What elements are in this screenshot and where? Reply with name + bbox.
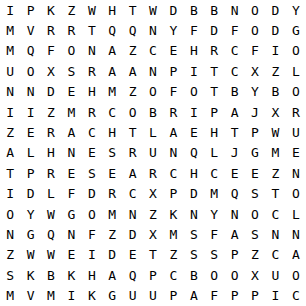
grid-cell-r5c9[interactable]: F [163, 82, 183, 102]
grid-cell-r5c11[interactable]: T [204, 82, 224, 102]
grid-cell-r1c12[interactable]: N [224, 0, 244, 20]
grid-cell-r12c1[interactable]: N [0, 224, 20, 244]
grid-cell-r11c4[interactable]: G [61, 204, 81, 224]
grid-cell-r2c11[interactable]: D [204, 20, 224, 40]
grid-cell-r13c3[interactable]: W [41, 245, 61, 265]
grid-cell-r13c6[interactable]: D [102, 245, 122, 265]
grid-cell-r13c4[interactable]: E [61, 245, 81, 265]
grid-cell-r11c1[interactable]: O [0, 204, 20, 224]
grid-cell-r3c3[interactable]: F [41, 41, 61, 61]
grid-cell-r15c6[interactable]: G [102, 286, 122, 306]
grid-cell-r15c5[interactable]: K [82, 286, 102, 306]
grid-cell-r14c1[interactable]: S [0, 265, 20, 285]
grid-cell-r10c12[interactable]: Q [224, 184, 244, 204]
grid-cell-r13c7[interactable]: E [122, 245, 142, 265]
grid-cell-r10c8[interactable]: X [143, 184, 163, 204]
grid-cell-r10c7[interactable]: C [122, 184, 142, 204]
grid-cell-r8c11[interactable]: L [204, 143, 224, 163]
grid-cell-r2c8[interactable]: N [143, 20, 163, 40]
grid-cell-r8c8[interactable]: U [143, 143, 163, 163]
grid-cell-r5c7[interactable]: Z [122, 82, 142, 102]
grid-cell-r1c13[interactable]: O [245, 0, 265, 20]
grid-cell-r7c3[interactable]: R [41, 122, 61, 142]
grid-cell-r11c9[interactable]: K [163, 204, 183, 224]
grid-cell-r2c13[interactable]: O [245, 20, 265, 40]
grid-cell-r13c12[interactable]: P [224, 245, 244, 265]
grid-cell-r3c9[interactable]: E [163, 41, 183, 61]
grid-cell-r11c13[interactable]: O [245, 204, 265, 224]
grid-cell-r8c3[interactable]: H [41, 143, 61, 163]
grid-cell-r12c3[interactable]: Q [41, 224, 61, 244]
grid-cell-r6c13[interactable]: J [245, 102, 265, 122]
grid-cell-r1c1[interactable]: I [0, 0, 20, 20]
grid-cell-r12c12[interactable]: A [224, 224, 244, 244]
grid-cell-r11c2[interactable]: Y [20, 204, 40, 224]
grid-cell-r7c2[interactable]: E [20, 122, 40, 142]
grid-cell-r13c5[interactable]: I [82, 245, 102, 265]
grid-cell-r10c15[interactable]: O [286, 184, 306, 204]
grid-cell-r3c6[interactable]: A [102, 41, 122, 61]
word-search-grid: IPKZWHTWDBBNODYMVRRTQQNYFDFODGMQFONAZCEH… [0, 0, 306, 306]
grid-cell-r1c14[interactable]: D [265, 0, 285, 20]
grid-cell-r9c14[interactable]: Z [265, 163, 285, 183]
grid-cell-r7c6[interactable]: H [102, 122, 122, 142]
grid-cell-r6c4[interactable]: M [61, 102, 81, 122]
grid-cell-r15c9[interactable]: P [163, 286, 183, 306]
grid-cell-r15c8[interactable]: U [143, 286, 163, 306]
grid-cell-r15c1[interactable]: M [0, 286, 20, 306]
grid-cell-r11c10[interactable]: N [184, 204, 204, 224]
grid-cell-r11c14[interactable]: C [265, 204, 285, 224]
grid-cell-r8c13[interactable]: G [245, 143, 265, 163]
grid-cell-r7c14[interactable]: W [265, 122, 285, 142]
grid-cell-r6c10[interactable]: I [184, 102, 204, 122]
grid-cell-r13c11[interactable]: S [204, 245, 224, 265]
grid-cell-r3c15[interactable]: O [286, 41, 306, 61]
grid-cell-r1c4[interactable]: Z [61, 0, 81, 20]
grid-cell-r14c15[interactable]: O [286, 265, 306, 285]
grid-cell-r1c7[interactable]: T [122, 0, 142, 20]
grid-cell-r8c5[interactable]: E [82, 143, 102, 163]
grid-cell-r11c3[interactable]: W [41, 204, 61, 224]
grid-cell-r14c4[interactable]: K [61, 265, 81, 285]
grid-cell-r2c4[interactable]: R [61, 20, 81, 40]
grid-cell-r4c15[interactable]: L [286, 61, 306, 81]
grid-cell-r1c5[interactable]: W [82, 0, 102, 20]
grid-cell-r4c7[interactable]: A [122, 61, 142, 81]
grid-cell-r7c1[interactable]: Z [0, 122, 20, 142]
grid-cell-r13c10[interactable]: S [184, 245, 204, 265]
grid-cell-r1c10[interactable]: B [184, 0, 204, 20]
grid-cell-r10c10[interactable]: D [184, 184, 204, 204]
grid-cell-r6c2[interactable]: I [20, 102, 40, 122]
grid-cell-r7c4[interactable]: A [61, 122, 81, 142]
grid-cell-r10c13[interactable]: S [245, 184, 265, 204]
grid-cell-r13c2[interactable]: W [20, 245, 40, 265]
grid-cell-r3c12[interactable]: C [224, 41, 244, 61]
grid-cell-r8c7[interactable]: R [122, 143, 142, 163]
grid-cell-r15c3[interactable]: M [41, 286, 61, 306]
grid-cell-r4c1[interactable]: U [0, 61, 20, 81]
grid-cell-r10c3[interactable]: L [41, 184, 61, 204]
grid-cell-r7c9[interactable]: A [163, 122, 183, 142]
grid-cell-r15c7[interactable]: U [122, 286, 142, 306]
grid-cell-r11c6[interactable]: M [102, 204, 122, 224]
grid-cell-r7c10[interactable]: E [184, 122, 204, 142]
grid-cell-r3c11[interactable]: R [204, 41, 224, 61]
grid-cell-r14c8[interactable]: P [143, 265, 163, 285]
grid-cell-r1c11[interactable]: B [204, 0, 224, 20]
grid-cell-r7c13[interactable]: P [245, 122, 265, 142]
grid-cell-r6c7[interactable]: O [122, 102, 142, 122]
grid-cell-r5c15[interactable]: O [286, 82, 306, 102]
grid-cell-r13c1[interactable]: Z [0, 245, 20, 265]
grid-cell-r4c9[interactable]: P [163, 61, 183, 81]
grid-cell-r10c6[interactable]: R [102, 184, 122, 204]
grid-cell-r8c14[interactable]: M [265, 143, 285, 163]
grid-cell-r8c12[interactable]: J [224, 143, 244, 163]
grid-cell-r14c7[interactable]: Q [122, 265, 142, 285]
grid-cell-r15c13[interactable]: P [245, 286, 265, 306]
grid-cell-r14c5[interactable]: H [82, 265, 102, 285]
grid-cell-r8c15[interactable]: E [286, 143, 306, 163]
grid-cell-r13c9[interactable]: Z [163, 245, 183, 265]
grid-cell-r8c10[interactable]: Q [184, 143, 204, 163]
grid-cell-r6c11[interactable]: P [204, 102, 224, 122]
grid-cell-r11c8[interactable]: Z [143, 204, 163, 224]
grid-cell-r14c13[interactable]: X [245, 265, 265, 285]
grid-cell-r4c12[interactable]: C [224, 61, 244, 81]
grid-cell-r11c11[interactable]: Y [204, 204, 224, 224]
grid-cell-r15c2[interactable]: V [20, 286, 40, 306]
grid-cell-r1c6[interactable]: H [102, 0, 122, 20]
grid-cell-r7c15[interactable]: U [286, 122, 306, 142]
grid-cell-r4c10[interactable]: I [184, 61, 204, 81]
grid-cell-r9c11[interactable]: C [204, 163, 224, 183]
grid-cell-r4c4[interactable]: S [61, 61, 81, 81]
grid-cell-r7c8[interactable]: L [143, 122, 163, 142]
grid-cell-r4c2[interactable]: O [20, 61, 40, 81]
grid-cell-r4c8[interactable]: N [143, 61, 163, 81]
grid-cell-r6c8[interactable]: B [143, 102, 163, 122]
grid-cell-r15c10[interactable]: A [184, 286, 204, 306]
grid-cell-r13c15[interactable]: A [286, 245, 306, 265]
grid-cell-r5c1[interactable]: N [0, 82, 20, 102]
grid-cell-r11c12[interactable]: N [224, 204, 244, 224]
grid-cell-r12c9[interactable]: M [163, 224, 183, 244]
grid-cell-r14c9[interactable]: C [163, 265, 183, 285]
grid-cell-r3c5[interactable]: N [82, 41, 102, 61]
grid-cell-r5c5[interactable]: H [82, 82, 102, 102]
grid-cell-r2c5[interactable]: T [82, 20, 102, 40]
grid-cell-r12c14[interactable]: N [265, 224, 285, 244]
grid-cell-r9c8[interactable]: R [143, 163, 163, 183]
grid-cell-r12c4[interactable]: N [61, 224, 81, 244]
grid-cell-r11c15[interactable]: L [286, 204, 306, 224]
grid-cell-r9c12[interactable]: E [224, 163, 244, 183]
grid-cell-r15c4[interactable]: I [61, 286, 81, 306]
grid-cell-r4c14[interactable]: Z [265, 61, 285, 81]
grid-cell-r3c1[interactable]: M [0, 41, 20, 61]
grid-cell-r3c10[interactable]: H [184, 41, 204, 61]
grid-cell-r7c5[interactable]: C [82, 122, 102, 142]
grid-cell-r13c13[interactable]: Z [245, 245, 265, 265]
grid-cell-r9c10[interactable]: H [184, 163, 204, 183]
grid-cell-r12c5[interactable]: F [82, 224, 102, 244]
grid-cell-r6c12[interactable]: A [224, 102, 244, 122]
grid-cell-r5c12[interactable]: B [224, 82, 244, 102]
grid-cell-r1c15[interactable]: Y [286, 0, 306, 20]
grid-cell-r7c12[interactable]: T [224, 122, 244, 142]
grid-cell-r15c12[interactable]: P [224, 286, 244, 306]
grid-cell-r4c13[interactable]: X [245, 61, 265, 81]
grid-cell-r12c10[interactable]: S [184, 224, 204, 244]
grid-cell-r15c15[interactable]: C [286, 286, 306, 306]
grid-cell-r4c11[interactable]: T [204, 61, 224, 81]
grid-cell-r6c15[interactable]: R [286, 102, 306, 122]
grid-cell-r12c7[interactable]: D [122, 224, 142, 244]
grid-cell-r10c11[interactable]: M [204, 184, 224, 204]
grid-cell-r10c14[interactable]: T [265, 184, 285, 204]
grid-cell-r13c8[interactable]: T [143, 245, 163, 265]
grid-cell-r1c2[interactable]: P [20, 0, 40, 20]
grid-cell-r10c9[interactable]: P [163, 184, 183, 204]
grid-cell-r2c3[interactable]: R [41, 20, 61, 40]
grid-cell-r2c15[interactable]: G [286, 20, 306, 40]
grid-cell-r9c13[interactable]: E [245, 163, 265, 183]
grid-cell-r1c9[interactable]: D [163, 0, 183, 20]
grid-cell-r2c14[interactable]: D [265, 20, 285, 40]
grid-cell-r4c3[interactable]: X [41, 61, 61, 81]
grid-cell-r10c2[interactable]: D [20, 184, 40, 204]
grid-cell-r6c9[interactable]: R [163, 102, 183, 122]
grid-cell-r7c7[interactable]: T [122, 122, 142, 142]
grid-cell-r9c9[interactable]: C [163, 163, 183, 183]
grid-cell-r14c11[interactable]: O [204, 265, 224, 285]
grid-cell-r10c5[interactable]: D [82, 184, 102, 204]
grid-cell-r3c7[interactable]: Z [122, 41, 142, 61]
grid-cell-r5c13[interactable]: Y [245, 82, 265, 102]
grid-cell-r5c6[interactable]: M [102, 82, 122, 102]
grid-cell-r12c2[interactable]: G [20, 224, 40, 244]
grid-cell-r2c2[interactable]: V [20, 20, 40, 40]
grid-cell-r9c5[interactable]: S [82, 163, 102, 183]
grid-cell-r1c8[interactable]: W [143, 0, 163, 20]
grid-cell-r8c4[interactable]: N [61, 143, 81, 163]
grid-cell-r2c1[interactable]: M [0, 20, 20, 40]
grid-cell-r9c6[interactable]: E [102, 163, 122, 183]
grid-cell-r15c14[interactable]: I [265, 286, 285, 306]
grid-cell-r11c7[interactable]: N [122, 204, 142, 224]
grid-cell-r6c3[interactable]: Z [41, 102, 61, 122]
grid-cell-r14c14[interactable]: U [265, 265, 285, 285]
grid-cell-r5c2[interactable]: N [20, 82, 40, 102]
grid-cell-r13c14[interactable]: C [265, 245, 285, 265]
grid-cell-r14c6[interactable]: A [102, 265, 122, 285]
grid-cell-r8c1[interactable]: A [0, 143, 20, 163]
grid-cell-r9c2[interactable]: P [20, 163, 40, 183]
grid-cell-r14c10[interactable]: B [184, 265, 204, 285]
grid-cell-r9c7[interactable]: A [122, 163, 142, 183]
grid-cell-r3c13[interactable]: F [245, 41, 265, 61]
grid-cell-r12c15[interactable]: N [286, 224, 306, 244]
grid-cell-r4c6[interactable]: A [102, 61, 122, 81]
grid-cell-r3c4[interactable]: O [61, 41, 81, 61]
grid-cell-r10c4[interactable]: F [61, 184, 81, 204]
grid-cell-r6c14[interactable]: X [265, 102, 285, 122]
grid-cell-r3c8[interactable]: C [143, 41, 163, 61]
grid-cell-r9c3[interactable]: R [41, 163, 61, 183]
grid-cell-r14c2[interactable]: K [20, 265, 40, 285]
grid-cell-r2c7[interactable]: Q [122, 20, 142, 40]
grid-cell-r10c1[interactable]: I [0, 184, 20, 204]
grid-cell-r8c2[interactable]: L [20, 143, 40, 163]
grid-cell-r8c9[interactable]: N [163, 143, 183, 163]
grid-cell-r15c11[interactable]: F [204, 286, 224, 306]
grid-cell-r9c15[interactable]: N [286, 163, 306, 183]
grid-cell-r2c10[interactable]: F [184, 20, 204, 40]
grid-cell-r2c12[interactable]: F [224, 20, 244, 40]
grid-cell-r4c5[interactable]: R [82, 61, 102, 81]
grid-cell-r14c3[interactable]: B [41, 265, 61, 285]
grid-cell-r5c8[interactable]: O [143, 82, 163, 102]
grid-cell-r3c14[interactable]: I [265, 41, 285, 61]
grid-cell-r2c6[interactable]: Q [102, 20, 122, 40]
grid-cell-r5c3[interactable]: D [41, 82, 61, 102]
grid-cell-r1c3[interactable]: K [41, 0, 61, 20]
grid-cell-r6c1[interactable]: I [0, 102, 20, 122]
grid-cell-r12c13[interactable]: S [245, 224, 265, 244]
grid-cell-r5c10[interactable]: O [184, 82, 204, 102]
grid-cell-r3c2[interactable]: Q [20, 41, 40, 61]
grid-cell-r6c6[interactable]: C [102, 102, 122, 122]
grid-cell-r12c8[interactable]: X [143, 224, 163, 244]
grid-cell-r8c6[interactable]: S [102, 143, 122, 163]
grid-cell-r12c11[interactable]: F [204, 224, 224, 244]
grid-cell-r7c11[interactable]: H [204, 122, 224, 142]
grid-cell-r5c14[interactable]: B [265, 82, 285, 102]
grid-cell-r9c4[interactable]: E [61, 163, 81, 183]
grid-cell-r11c5[interactable]: O [82, 204, 102, 224]
grid-cell-r12c6[interactable]: Z [102, 224, 122, 244]
grid-cell-r5c4[interactable]: E [61, 82, 81, 102]
grid-cell-r14c12[interactable]: O [224, 265, 244, 285]
grid-cell-r9c1[interactable]: T [0, 163, 20, 183]
grid-cell-r6c5[interactable]: R [82, 102, 102, 122]
grid-cell-r2c9[interactable]: Y [163, 20, 183, 40]
